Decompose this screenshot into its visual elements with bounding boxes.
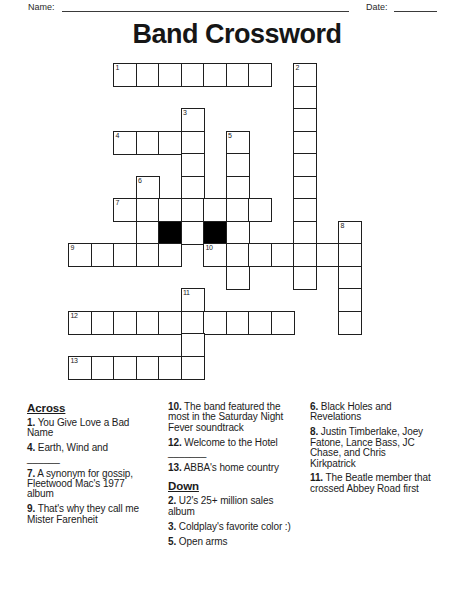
clue-text: Welcome to the Hotel _______	[168, 437, 278, 458]
cell-r3c3[interactable]	[136, 131, 160, 155]
cell-number-5: 5	[228, 132, 232, 140]
cell-r4c10[interactable]	[293, 153, 317, 177]
cell-r11c8[interactable]	[248, 311, 272, 335]
clue-number: 9.	[27, 503, 35, 514]
cell-r7c3[interactable]	[136, 221, 160, 245]
clues-column-right: 6. Black Holes and Revelations8. Justin …	[310, 402, 432, 499]
clue-section: 6. Black Holes and Revelations8. Justin …	[310, 402, 432, 494]
cell-number-10: 10	[206, 244, 213, 252]
cell-r6c7[interactable]	[226, 198, 250, 222]
clue-text: A synonym for gossip, Fleetwood Mac's 19…	[27, 468, 133, 500]
down-header: Down	[168, 480, 292, 492]
cell-r11c9[interactable]	[271, 311, 295, 335]
cell-r0c8[interactable]	[248, 63, 272, 87]
clue-number: 5.	[168, 536, 176, 547]
clue-number: 11.	[310, 472, 323, 483]
cell-number-8: 8	[341, 222, 345, 230]
cell-r0c4[interactable]	[158, 63, 182, 87]
clue-1: 1. You Give Love a Bad Name	[27, 418, 139, 439]
cell-r5c10[interactable]	[293, 176, 317, 200]
clue-number: 13.	[168, 462, 182, 473]
cell-number-1: 1	[116, 64, 120, 72]
cell-r3c2[interactable]: 4	[113, 131, 137, 155]
cell-r8c1[interactable]	[91, 243, 115, 267]
cell-r7c10[interactable]	[293, 221, 317, 245]
cell-r0c7[interactable]	[226, 63, 250, 87]
clue-section: 10. The band featured the most in the Sa…	[168, 402, 292, 473]
clue-text: ABBA's home country	[182, 462, 279, 473]
cell-r11c1[interactable]	[91, 311, 115, 335]
clue-text: Open arms	[176, 536, 227, 547]
cell-r13c2[interactable]	[113, 356, 137, 380]
clue-9: 9. That's why they call me Mister Farenh…	[27, 504, 139, 525]
clue-text: Justin Timberlake, Joey Fatone, Lance Ba…	[310, 426, 423, 468]
cell-r7c7[interactable]	[226, 221, 250, 245]
clue-7: 7. A synonym for gossip, Fleetwood Mac's…	[27, 469, 139, 500]
cell-r7c12[interactable]: 8	[338, 221, 362, 245]
clue-text: That's why they call me Mister Farenheit	[27, 503, 139, 524]
cell-r11c5[interactable]	[181, 311, 205, 335]
cell-r8c12[interactable]	[338, 243, 362, 267]
cell-r9c10[interactable]	[293, 266, 317, 290]
across-header: Across	[27, 402, 139, 414]
cell-r9c7[interactable]	[226, 266, 250, 290]
cell-number-6: 6	[138, 177, 142, 185]
clue-8: 8. Justin Timberlake, Joey Fatone, Lance…	[310, 427, 432, 469]
cell-r0c2[interactable]: 1	[113, 63, 137, 87]
cell-r4c5[interactable]	[181, 153, 205, 177]
clue-number: 1.	[27, 417, 35, 428]
cell-r8c7[interactable]	[226, 243, 250, 267]
cell-r6c8[interactable]	[248, 198, 272, 222]
cell-r13c5[interactable]	[181, 356, 205, 380]
clue-number: 4.	[27, 442, 35, 453]
cell-number-11: 11	[183, 289, 190, 297]
clue-number: 3.	[168, 521, 176, 532]
clue-3: 3. Coldplay's favorite color :)	[168, 522, 292, 532]
cell-r13c4[interactable]	[158, 356, 182, 380]
cell-r3c10[interactable]	[293, 131, 317, 155]
cell-r11c3[interactable]	[136, 311, 160, 335]
cell-r6c2[interactable]: 7	[113, 198, 137, 222]
clue-section: Down2. U2's 25+ million sales album3. Co…	[168, 480, 292, 547]
cell-r0c3[interactable]	[136, 63, 160, 87]
cell-r13c1[interactable]	[91, 356, 115, 380]
cell-r13c3[interactable]	[136, 356, 160, 380]
clue-11: 11. The Beatle member that crossed Abbey…	[310, 473, 432, 494]
clues-column-left: Across1. You Give Love a Bad Name4. Eart…	[27, 402, 139, 530]
crossword-grid: 12345678910111213	[0, 0, 474, 400]
cell-r3c4[interactable]	[158, 131, 182, 155]
clue-text: Coldplay's favorite color :)	[176, 521, 291, 532]
clue-text: U2's 25+ million sales album	[168, 495, 273, 516]
clue-number: 10.	[168, 401, 182, 412]
worksheet-page: Name: Date: Band Crossword 1234567891011…	[0, 0, 474, 613]
cell-r11c6[interactable]	[203, 311, 227, 335]
cell-r8c4[interactable]	[158, 243, 182, 267]
cell-r2c10[interactable]	[293, 108, 317, 132]
cell-r11c2[interactable]	[113, 311, 137, 335]
cell-r11c12[interactable]	[338, 311, 362, 335]
cell-number-7: 7	[116, 199, 120, 207]
cell-r13c0[interactable]: 13	[68, 356, 92, 380]
cell-r8c11[interactable]	[316, 243, 340, 267]
cell-r7c5[interactable]	[181, 221, 205, 245]
cell-r10c5[interactable]: 11	[181, 288, 205, 312]
cell-number-13: 13	[71, 357, 78, 365]
clue-section: Across1. You Give Love a Bad Name4. Eart…	[27, 402, 139, 525]
clue-4: 4. Earth, Wind and ______	[27, 443, 139, 464]
cell-r8c0[interactable]: 9	[68, 243, 92, 267]
clue-5: 5. Open arms	[168, 537, 292, 547]
cell-r6c3[interactable]	[136, 198, 160, 222]
black-cell-r7c6	[203, 221, 227, 245]
cell-r4c7[interactable]	[226, 153, 250, 177]
cell-r0c10[interactable]: 2	[293, 63, 317, 87]
cell-number-2: 2	[296, 64, 300, 72]
cell-number-4: 4	[116, 132, 120, 140]
cell-r3c7[interactable]: 5	[226, 131, 250, 155]
cell-r8c9[interactable]	[271, 243, 295, 267]
clue-10: 10. The band featured the most in the Sa…	[168, 402, 292, 433]
cell-number-9: 9	[71, 244, 75, 252]
clue-6: 6. Black Holes and Revelations	[310, 402, 432, 423]
clue-number: 8.	[310, 426, 318, 437]
cell-r5c7[interactable]	[226, 176, 250, 200]
cell-r9c12[interactable]	[338, 266, 362, 290]
clue-number: 7.	[27, 468, 35, 479]
cell-r5c5[interactable]	[181, 176, 205, 200]
cell-r5c3[interactable]: 6	[136, 176, 160, 200]
clue-13: 13. ABBA's home country	[168, 463, 292, 473]
cell-r8c8[interactable]	[248, 243, 272, 267]
cell-r8c6[interactable]: 10	[203, 243, 227, 267]
cell-r6c5[interactable]	[181, 198, 205, 222]
clue-text: Black Holes and Revelations	[310, 401, 392, 422]
black-cell-r7c4	[158, 221, 182, 245]
cell-r11c0[interactable]: 12	[68, 311, 92, 335]
clue-number: 6.	[310, 401, 318, 412]
cell-r11c4[interactable]	[158, 311, 182, 335]
cell-r8c10[interactable]	[293, 243, 317, 267]
cell-r2c5[interactable]: 3	[181, 108, 205, 132]
clue-2: 2. U2's 25+ million sales album	[168, 496, 292, 517]
clues-section: Across1. You Give Love a Bad Name4. Eart…	[0, 402, 474, 613]
cell-r3c5[interactable]	[181, 131, 205, 155]
cell-r6c6[interactable]	[203, 198, 227, 222]
clue-text: Earth, Wind and ______	[27, 442, 108, 463]
clues-column-middle: 10. The band featured the most in the Sa…	[168, 402, 292, 552]
clue-text: The band featured the most in the Saturd…	[168, 401, 283, 433]
clue-12: 12. Welcome to the Hotel _______	[168, 438, 292, 459]
cell-r12c5[interactable]	[181, 333, 205, 357]
cell-r0c5[interactable]	[181, 63, 205, 87]
cell-r6c4[interactable]	[158, 198, 182, 222]
cell-r8c3[interactable]	[136, 243, 160, 267]
clue-number: 12.	[168, 437, 182, 448]
cell-r11c7[interactable]	[226, 311, 250, 335]
cell-number-12: 12	[71, 312, 78, 320]
clue-number: 2.	[168, 495, 176, 506]
cell-r8c2[interactable]	[113, 243, 137, 267]
cell-r1c10[interactable]	[293, 86, 317, 110]
clue-text: The Beatle member that crossed Abbey Roa…	[310, 472, 431, 493]
cell-r10c12[interactable]	[338, 288, 362, 312]
cell-r6c10[interactable]	[293, 198, 317, 222]
clue-text: You Give Love a Bad Name	[27, 417, 129, 438]
cell-number-3: 3	[183, 109, 187, 117]
cell-r0c6[interactable]	[203, 63, 227, 87]
